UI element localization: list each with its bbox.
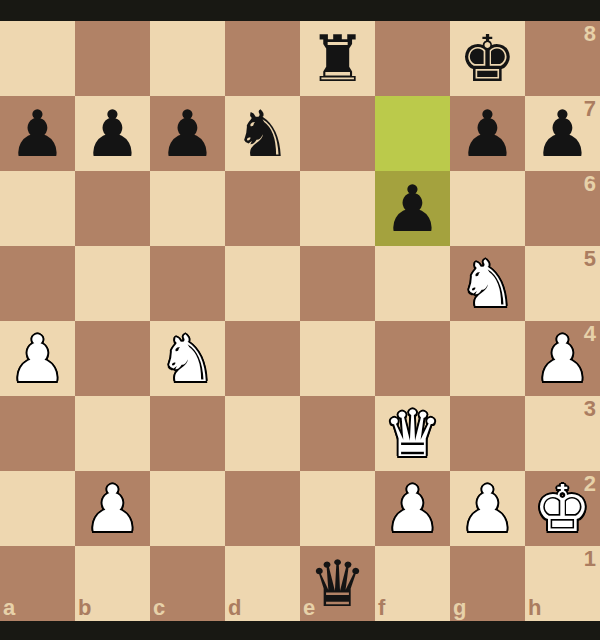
square-c4[interactable]: ♞ (150, 321, 225, 396)
square-e8[interactable]: ♜ (300, 21, 375, 96)
square-a1[interactable]: a (0, 546, 75, 621)
square-d4[interactable] (225, 321, 300, 396)
piece-black-pawn[interactable]: ♟ (525, 96, 600, 171)
piece-black-queen[interactable]: ♛ (300, 546, 375, 621)
square-e4[interactable] (300, 321, 375, 396)
file-label-h: h (528, 597, 541, 619)
square-c7[interactable]: ♟ (150, 96, 225, 171)
square-g2[interactable]: ♟ (450, 471, 525, 546)
square-c8[interactable] (150, 21, 225, 96)
rank-label-3: 3 (584, 398, 596, 420)
square-d8[interactable] (225, 21, 300, 96)
square-b6[interactable] (75, 171, 150, 246)
file-label-d: d (228, 597, 241, 619)
top-letterbox-bar (0, 0, 600, 21)
square-b3[interactable] (75, 396, 150, 471)
square-a5[interactable] (0, 246, 75, 321)
screenshot-root: { "game": "chess", "position": { "fen": … (0, 0, 600, 640)
square-g5[interactable]: ♞ (450, 246, 525, 321)
file-label-c: c (153, 597, 165, 619)
square-a6[interactable] (0, 171, 75, 246)
piece-black-pawn[interactable]: ♟ (450, 96, 525, 171)
square-e7[interactable] (300, 96, 375, 171)
square-d1[interactable]: d (225, 546, 300, 621)
square-c2[interactable] (150, 471, 225, 546)
square-a7[interactable]: ♟ (0, 96, 75, 171)
square-a3[interactable] (0, 396, 75, 471)
rank-label-5: 5 (584, 248, 596, 270)
file-label-b: b (78, 597, 91, 619)
piece-white-knight[interactable]: ♞ (450, 246, 525, 321)
piece-white-pawn[interactable]: ♟ (375, 471, 450, 546)
piece-white-pawn[interactable]: ♟ (75, 471, 150, 546)
square-g7[interactable]: ♟ (450, 96, 525, 171)
square-g8[interactable]: ♚ (450, 21, 525, 96)
file-label-a: a (3, 597, 15, 619)
piece-black-king[interactable]: ♚ (450, 21, 525, 96)
piece-black-pawn[interactable]: ♟ (150, 96, 225, 171)
square-c5[interactable] (150, 246, 225, 321)
square-f4[interactable] (375, 321, 450, 396)
square-c3[interactable] (150, 396, 225, 471)
chess-board: ♜♚8♟♟♟♞♟♟7♟6♞5♟♞♟4♛3♟♟♟♚2abcd♛efg1h (0, 21, 600, 621)
square-b8[interactable] (75, 21, 150, 96)
square-g4[interactable] (450, 321, 525, 396)
square-f8[interactable] (375, 21, 450, 96)
square-d2[interactable] (225, 471, 300, 546)
bottom-letterbox-bar (0, 621, 600, 640)
square-d6[interactable] (225, 171, 300, 246)
square-d7[interactable]: ♞ (225, 96, 300, 171)
square-h2[interactable]: ♚2 (525, 471, 600, 546)
square-a4[interactable]: ♟ (0, 321, 75, 396)
square-g1[interactable]: g (450, 546, 525, 621)
square-b5[interactable] (75, 246, 150, 321)
square-h3[interactable]: 3 (525, 396, 600, 471)
square-e5[interactable] (300, 246, 375, 321)
square-g6[interactable] (450, 171, 525, 246)
square-h4[interactable]: ♟4 (525, 321, 600, 396)
piece-black-pawn[interactable]: ♟ (0, 96, 75, 171)
square-b2[interactable]: ♟ (75, 471, 150, 546)
piece-black-pawn[interactable]: ♟ (375, 171, 450, 246)
square-c6[interactable] (150, 171, 225, 246)
square-f7[interactable] (375, 96, 450, 171)
piece-black-pawn[interactable]: ♟ (75, 96, 150, 171)
square-h6[interactable]: 6 (525, 171, 600, 246)
piece-white-pawn[interactable]: ♟ (525, 321, 600, 396)
rank-label-1: 1 (584, 548, 596, 570)
square-a2[interactable] (0, 471, 75, 546)
piece-white-pawn[interactable]: ♟ (0, 321, 75, 396)
square-f1[interactable]: f (375, 546, 450, 621)
piece-white-king[interactable]: ♚ (525, 471, 600, 546)
square-f3[interactable]: ♛ (375, 396, 450, 471)
piece-white-queen[interactable]: ♛ (375, 396, 450, 471)
square-d3[interactable] (225, 396, 300, 471)
file-label-f: f (378, 597, 385, 619)
rank-label-6: 6 (584, 173, 596, 195)
rank-label-8: 8 (584, 23, 596, 45)
square-d5[interactable] (225, 246, 300, 321)
square-f2[interactable]: ♟ (375, 471, 450, 546)
square-b1[interactable]: b (75, 546, 150, 621)
square-f6[interactable]: ♟ (375, 171, 450, 246)
square-b4[interactable] (75, 321, 150, 396)
square-g3[interactable] (450, 396, 525, 471)
square-e6[interactable] (300, 171, 375, 246)
piece-white-pawn[interactable]: ♟ (450, 471, 525, 546)
square-h1[interactable]: 1h (525, 546, 600, 621)
file-label-g: g (453, 597, 466, 619)
piece-black-knight[interactable]: ♞ (225, 96, 300, 171)
square-c1[interactable]: c (150, 546, 225, 621)
square-e1[interactable]: ♛e (300, 546, 375, 621)
square-e3[interactable] (300, 396, 375, 471)
square-e2[interactable] (300, 471, 375, 546)
square-b7[interactable]: ♟ (75, 96, 150, 171)
piece-white-knight[interactable]: ♞ (150, 321, 225, 396)
square-h7[interactable]: ♟7 (525, 96, 600, 171)
piece-black-rook[interactable]: ♜ (300, 21, 375, 96)
square-a8[interactable] (0, 21, 75, 96)
square-h8[interactable]: 8 (525, 21, 600, 96)
square-h5[interactable]: 5 (525, 246, 600, 321)
square-f5[interactable] (375, 246, 450, 321)
